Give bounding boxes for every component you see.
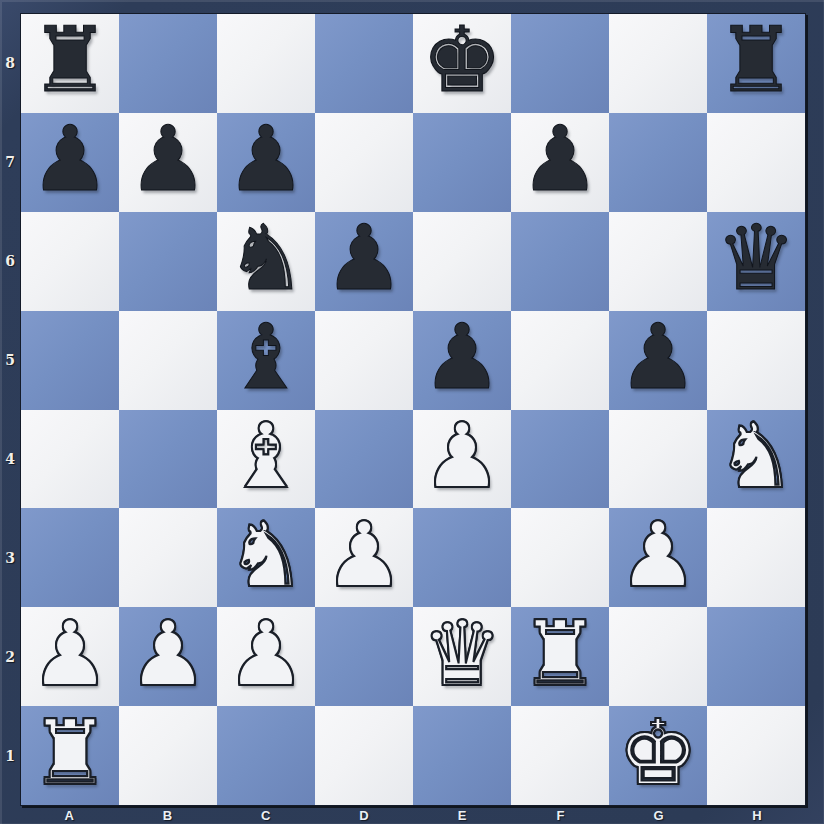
square-d8[interactable] bbox=[315, 14, 413, 113]
square-g7[interactable] bbox=[609, 113, 707, 212]
rank-labels: 87654321 bbox=[0, 13, 20, 806]
square-d7[interactable] bbox=[315, 113, 413, 212]
square-e4[interactable]: ♟ bbox=[413, 410, 511, 509]
square-d1[interactable] bbox=[315, 706, 413, 805]
square-h8[interactable]: ♜ bbox=[707, 14, 805, 113]
piece-white-pawn[interactable]: ♟ bbox=[422, 411, 503, 501]
square-e3[interactable] bbox=[413, 508, 511, 607]
square-a7[interactable]: ♟ bbox=[21, 113, 119, 212]
square-d2[interactable] bbox=[315, 607, 413, 706]
square-e8[interactable]: ♚ bbox=[413, 14, 511, 113]
file-label-c: C bbox=[217, 806, 315, 824]
rank-label-6: 6 bbox=[0, 211, 20, 310]
square-f3[interactable] bbox=[511, 508, 609, 607]
square-f4[interactable] bbox=[511, 410, 609, 509]
square-c4[interactable]: ♝ bbox=[217, 410, 315, 509]
square-c5[interactable]: ♝ bbox=[217, 311, 315, 410]
square-c2[interactable]: ♟ bbox=[217, 607, 315, 706]
rank-label-8: 8 bbox=[0, 13, 20, 112]
rank-label-4: 4 bbox=[0, 410, 20, 509]
square-a5[interactable] bbox=[21, 311, 119, 410]
file-label-b: B bbox=[118, 806, 216, 824]
square-h7[interactable] bbox=[707, 113, 805, 212]
piece-white-pawn[interactable]: ♟ bbox=[30, 609, 111, 699]
square-h2[interactable] bbox=[707, 607, 805, 706]
piece-white-rook[interactable]: ♜ bbox=[520, 609, 601, 699]
square-g4[interactable] bbox=[609, 410, 707, 509]
file-label-d: D bbox=[315, 806, 413, 824]
square-g5[interactable]: ♟ bbox=[609, 311, 707, 410]
square-b4[interactable] bbox=[119, 410, 217, 509]
piece-white-pawn[interactable]: ♟ bbox=[128, 609, 209, 699]
piece-white-pawn[interactable]: ♟ bbox=[618, 510, 699, 600]
square-a3[interactable] bbox=[21, 508, 119, 607]
square-h3[interactable] bbox=[707, 508, 805, 607]
piece-black-rook[interactable]: ♜ bbox=[30, 15, 111, 105]
square-b2[interactable]: ♟ bbox=[119, 607, 217, 706]
square-a8[interactable]: ♜ bbox=[21, 14, 119, 113]
piece-white-knight[interactable]: ♞ bbox=[716, 411, 797, 501]
square-d4[interactable] bbox=[315, 410, 413, 509]
square-d6[interactable]: ♟ bbox=[315, 212, 413, 311]
square-g1[interactable]: ♚ bbox=[609, 706, 707, 805]
piece-black-bishop[interactable]: ♝ bbox=[226, 312, 307, 402]
board-squares: ♜♚♜♟♟♟♟♞♟♛♝♟♟♝♟♞♞♟♟♟♟♟♛♜♜♚ bbox=[20, 13, 806, 806]
square-b1[interactable] bbox=[119, 706, 217, 805]
rank-label-5: 5 bbox=[0, 310, 20, 409]
file-label-g: G bbox=[610, 806, 708, 824]
rank-label-7: 7 bbox=[0, 112, 20, 211]
square-g2[interactable] bbox=[609, 607, 707, 706]
square-e6[interactable] bbox=[413, 212, 511, 311]
square-d3[interactable]: ♟ bbox=[315, 508, 413, 607]
piece-black-pawn[interactable]: ♟ bbox=[422, 312, 503, 402]
piece-black-pawn[interactable]: ♟ bbox=[618, 312, 699, 402]
square-a6[interactable] bbox=[21, 212, 119, 311]
square-b7[interactable]: ♟ bbox=[119, 113, 217, 212]
piece-black-pawn[interactable]: ♟ bbox=[128, 114, 209, 204]
piece-black-pawn[interactable]: ♟ bbox=[30, 114, 111, 204]
square-c7[interactable]: ♟ bbox=[217, 113, 315, 212]
piece-white-pawn[interactable]: ♟ bbox=[226, 609, 307, 699]
square-f8[interactable] bbox=[511, 14, 609, 113]
piece-white-knight[interactable]: ♞ bbox=[226, 510, 307, 600]
file-labels: ABCDEFGH bbox=[20, 806, 806, 824]
square-e2[interactable]: ♛ bbox=[413, 607, 511, 706]
rank-label-3: 3 bbox=[0, 509, 20, 608]
file-label-f: F bbox=[511, 806, 609, 824]
square-e7[interactable] bbox=[413, 113, 511, 212]
file-label-a: A bbox=[20, 806, 118, 824]
rank-label-2: 2 bbox=[0, 608, 20, 707]
piece-white-bishop[interactable]: ♝ bbox=[226, 411, 307, 501]
rank-label-1: 1 bbox=[0, 707, 20, 806]
square-h1[interactable] bbox=[707, 706, 805, 805]
piece-black-knight[interactable]: ♞ bbox=[226, 213, 307, 303]
square-g8[interactable] bbox=[609, 14, 707, 113]
piece-black-pawn[interactable]: ♟ bbox=[226, 114, 307, 204]
square-e5[interactable]: ♟ bbox=[413, 311, 511, 410]
piece-black-queen[interactable]: ♛ bbox=[716, 213, 797, 303]
square-f5[interactable] bbox=[511, 311, 609, 410]
file-label-e: E bbox=[413, 806, 511, 824]
square-h4[interactable]: ♞ bbox=[707, 410, 805, 509]
square-h5[interactable] bbox=[707, 311, 805, 410]
square-d5[interactable] bbox=[315, 311, 413, 410]
square-f7[interactable]: ♟ bbox=[511, 113, 609, 212]
piece-white-queen[interactable]: ♛ bbox=[422, 609, 503, 699]
square-a1[interactable]: ♜ bbox=[21, 706, 119, 805]
square-a2[interactable]: ♟ bbox=[21, 607, 119, 706]
square-c3[interactable]: ♞ bbox=[217, 508, 315, 607]
square-b5[interactable] bbox=[119, 311, 217, 410]
piece-black-king[interactable]: ♚ bbox=[422, 15, 503, 105]
square-g3[interactable]: ♟ bbox=[609, 508, 707, 607]
square-f6[interactable] bbox=[511, 212, 609, 311]
square-c8[interactable] bbox=[217, 14, 315, 113]
square-f2[interactable]: ♜ bbox=[511, 607, 609, 706]
piece-white-king[interactable]: ♚ bbox=[618, 708, 699, 798]
square-e1[interactable] bbox=[413, 706, 511, 805]
chessboard: 87654321 ♜♚♜♟♟♟♟♞♟♛♝♟♟♝♟♞♞♟♟♟♟♟♛♜♜♚ ABCD… bbox=[0, 0, 824, 824]
piece-black-pawn[interactable]: ♟ bbox=[324, 213, 405, 303]
square-h6[interactable]: ♛ bbox=[707, 212, 805, 311]
square-a4[interactable] bbox=[21, 410, 119, 509]
piece-black-rook[interactable]: ♜ bbox=[716, 15, 797, 105]
square-c1[interactable] bbox=[217, 706, 315, 805]
square-b6[interactable] bbox=[119, 212, 217, 311]
file-label-h: H bbox=[708, 806, 806, 824]
piece-white-pawn[interactable]: ♟ bbox=[324, 510, 405, 600]
square-b3[interactable] bbox=[119, 508, 217, 607]
square-g6[interactable] bbox=[609, 212, 707, 311]
piece-white-rook[interactable]: ♜ bbox=[30, 708, 111, 798]
square-b8[interactable] bbox=[119, 14, 217, 113]
square-f1[interactable] bbox=[511, 706, 609, 805]
square-c6[interactable]: ♞ bbox=[217, 212, 315, 311]
piece-black-pawn[interactable]: ♟ bbox=[520, 114, 601, 204]
